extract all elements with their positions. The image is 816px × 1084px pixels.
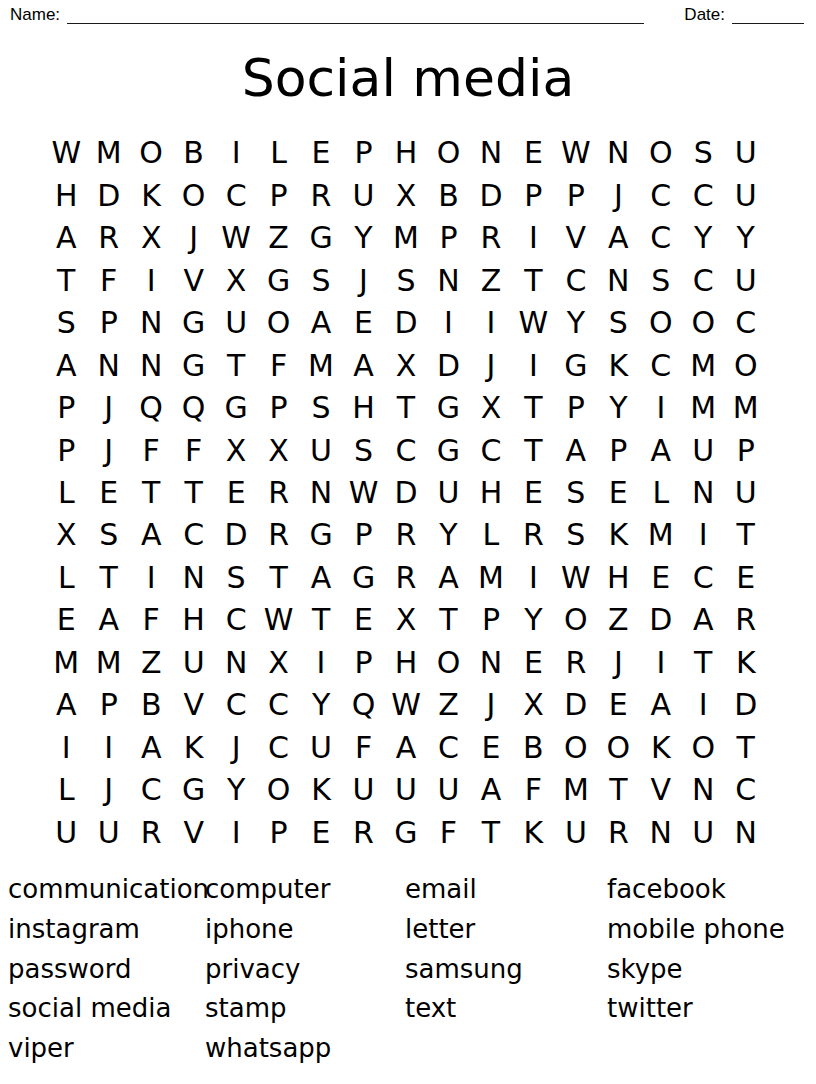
grid-cell[interactable]: D bbox=[385, 472, 427, 514]
grid-cell[interactable]: T bbox=[725, 727, 767, 769]
grid-cell[interactable]: Z bbox=[257, 217, 299, 259]
grid-cell[interactable]: R bbox=[342, 812, 384, 854]
grid-cell[interactable]: K bbox=[512, 812, 554, 854]
grid-cell[interactable]: S bbox=[300, 259, 342, 301]
grid-cell[interactable]: Y bbox=[342, 217, 384, 259]
grid-cell[interactable]: I bbox=[470, 302, 512, 344]
grid-cell[interactable]: G bbox=[215, 387, 257, 429]
grid-cell[interactable]: C bbox=[682, 557, 724, 599]
grid-cell[interactable]: S bbox=[45, 302, 87, 344]
grid-cell[interactable]: K bbox=[597, 514, 639, 556]
grid-cell[interactable]: O bbox=[725, 344, 767, 386]
grid-cell[interactable]: G bbox=[300, 514, 342, 556]
grid-cell[interactable]: C bbox=[682, 259, 724, 301]
grid-cell[interactable]: N bbox=[597, 259, 639, 301]
grid-cell[interactable]: M bbox=[470, 557, 512, 599]
grid-cell[interactable]: J bbox=[87, 769, 129, 811]
grid-cell[interactable]: E bbox=[87, 472, 129, 514]
grid-cell[interactable]: X bbox=[257, 642, 299, 684]
grid-cell[interactable]: T bbox=[130, 472, 172, 514]
grid-cell[interactable]: S bbox=[87, 514, 129, 556]
grid-cell[interactable]: E bbox=[300, 132, 342, 174]
grid-cell[interactable]: X bbox=[512, 684, 554, 726]
grid-cell[interactable]: I bbox=[130, 557, 172, 599]
grid-cell[interactable]: N bbox=[725, 812, 767, 854]
grid-cell[interactable]: C bbox=[130, 769, 172, 811]
grid-cell[interactable]: M bbox=[682, 387, 724, 429]
grid-cell[interactable]: R bbox=[385, 557, 427, 599]
grid-cell[interactable]: T bbox=[385, 387, 427, 429]
grid-cell[interactable]: K bbox=[725, 642, 767, 684]
grid-cell[interactable]: R bbox=[257, 472, 299, 514]
grid-cell[interactable]: X bbox=[215, 259, 257, 301]
grid-cell[interactable]: H bbox=[45, 174, 87, 216]
grid-cell[interactable]: X bbox=[45, 514, 87, 556]
grid-cell[interactable]: L bbox=[45, 769, 87, 811]
grid-cell[interactable]: D bbox=[640, 599, 682, 641]
grid-cell[interactable]: J bbox=[172, 217, 214, 259]
grid-cell[interactable]: W bbox=[385, 684, 427, 726]
grid-cell[interactable]: K bbox=[597, 344, 639, 386]
grid-cell[interactable]: N bbox=[427, 259, 469, 301]
grid-cell[interactable]: Y bbox=[555, 302, 597, 344]
grid-cell[interactable]: W bbox=[215, 217, 257, 259]
grid-cell[interactable]: C bbox=[257, 684, 299, 726]
grid-cell[interactable]: O bbox=[682, 727, 724, 769]
grid-cell[interactable]: X bbox=[215, 429, 257, 471]
grid-cell[interactable]: E bbox=[512, 642, 554, 684]
grid-cell[interactable]: P bbox=[45, 429, 87, 471]
grid-cell[interactable]: U bbox=[725, 472, 767, 514]
grid-cell[interactable]: Y bbox=[512, 599, 554, 641]
grid-cell[interactable]: V bbox=[172, 812, 214, 854]
grid-cell[interactable]: O bbox=[172, 174, 214, 216]
grid-cell[interactable]: H bbox=[342, 387, 384, 429]
grid-cell[interactable]: C bbox=[555, 259, 597, 301]
grid-cell[interactable]: W bbox=[45, 132, 87, 174]
grid-cell[interactable]: B bbox=[172, 132, 214, 174]
grid-cell[interactable]: G bbox=[385, 812, 427, 854]
grid-cell[interactable]: R bbox=[130, 812, 172, 854]
grid-cell[interactable]: P bbox=[342, 132, 384, 174]
grid-cell[interactable]: E bbox=[640, 557, 682, 599]
grid-cell[interactable]: N bbox=[172, 557, 214, 599]
grid-cell[interactable]: T bbox=[725, 514, 767, 556]
grid-cell[interactable]: C bbox=[172, 514, 214, 556]
grid-cell[interactable]: J bbox=[215, 727, 257, 769]
grid-cell[interactable]: O bbox=[130, 132, 172, 174]
grid-cell[interactable]: D bbox=[87, 174, 129, 216]
grid-cell[interactable]: A bbox=[87, 599, 129, 641]
grid-cell[interactable]: P bbox=[512, 174, 554, 216]
grid-cell[interactable]: Y bbox=[725, 217, 767, 259]
grid-cell[interactable]: R bbox=[385, 514, 427, 556]
grid-cell[interactable]: G bbox=[555, 344, 597, 386]
worksheet-header: Name: Date: bbox=[10, 5, 804, 25]
grid-cell[interactable]: D bbox=[470, 174, 512, 216]
grid-cell[interactable]: G bbox=[300, 217, 342, 259]
grid-cell[interactable]: A bbox=[130, 727, 172, 769]
grid-cell[interactable]: E bbox=[597, 472, 639, 514]
grid-cell[interactable]: G bbox=[172, 344, 214, 386]
grid-cell[interactable]: Q bbox=[130, 387, 172, 429]
grid-cell[interactable]: A bbox=[555, 429, 597, 471]
grid-cell[interactable]: C bbox=[215, 174, 257, 216]
grid-cell[interactable]: C bbox=[470, 429, 512, 471]
grid-cell[interactable]: Y bbox=[597, 387, 639, 429]
grid-cell[interactable]: A bbox=[427, 557, 469, 599]
grid-cell[interactable]: U bbox=[555, 812, 597, 854]
grid-cell[interactable]: U bbox=[427, 769, 469, 811]
grid-cell[interactable]: J bbox=[87, 387, 129, 429]
grid-cell[interactable]: J bbox=[597, 642, 639, 684]
grid-cell[interactable]: R bbox=[257, 514, 299, 556]
grid-cell[interactable]: N bbox=[130, 302, 172, 344]
grid-cell[interactable]: W bbox=[512, 302, 554, 344]
grid-cell[interactable]: I bbox=[640, 387, 682, 429]
grid-cell[interactable]: P bbox=[87, 684, 129, 726]
grid-cell[interactable]: C bbox=[682, 174, 724, 216]
grid-cell[interactable]: N bbox=[87, 344, 129, 386]
grid-cell[interactable]: I bbox=[45, 727, 87, 769]
grid-cell[interactable]: D bbox=[725, 684, 767, 726]
grid-cell[interactable]: P bbox=[257, 174, 299, 216]
grid-cell[interactable]: U bbox=[725, 259, 767, 301]
grid-cell[interactable]: R bbox=[470, 217, 512, 259]
grid-cell[interactable]: Y bbox=[427, 514, 469, 556]
grid-cell[interactable]: R bbox=[597, 812, 639, 854]
word-list-item: whatsapp bbox=[205, 1029, 405, 1069]
grid-cell[interactable]: W bbox=[555, 557, 597, 599]
grid-cell[interactable]: E bbox=[342, 302, 384, 344]
grid-cell[interactable]: S bbox=[640, 259, 682, 301]
grid-cell[interactable]: M bbox=[640, 514, 682, 556]
grid-cell[interactable]: O bbox=[427, 132, 469, 174]
grid-cell[interactable]: N bbox=[597, 132, 639, 174]
grid-cell[interactable]: H bbox=[597, 557, 639, 599]
grid-cell[interactable]: U bbox=[385, 769, 427, 811]
grid-cell[interactable]: A bbox=[385, 727, 427, 769]
grid-cell[interactable]: V bbox=[172, 684, 214, 726]
grid-cell[interactable]: S bbox=[385, 259, 427, 301]
grid-cell[interactable]: F bbox=[130, 429, 172, 471]
grid-cell[interactable]: G bbox=[427, 429, 469, 471]
grid-cell[interactable]: Z bbox=[427, 684, 469, 726]
grid-cell[interactable]: C bbox=[725, 302, 767, 344]
grid-cell[interactable]: Z bbox=[597, 599, 639, 641]
grid-cell[interactable]: D bbox=[385, 302, 427, 344]
grid-cell[interactable]: K bbox=[130, 174, 172, 216]
grid-cell[interactable]: P bbox=[597, 429, 639, 471]
grid-cell[interactable]: S bbox=[215, 557, 257, 599]
grid-cell[interactable]: P bbox=[342, 642, 384, 684]
grid-cell[interactable]: C bbox=[257, 727, 299, 769]
grid-cell[interactable]: D bbox=[555, 684, 597, 726]
grid-cell[interactable]: W bbox=[257, 599, 299, 641]
grid-cell[interactable]: A bbox=[682, 599, 724, 641]
grid-cell[interactable]: F bbox=[87, 259, 129, 301]
grid-cell[interactable]: I bbox=[300, 642, 342, 684]
word-list-item: instagram bbox=[8, 910, 205, 950]
grid-cell[interactable]: O bbox=[555, 727, 597, 769]
grid-cell[interactable]: T bbox=[597, 769, 639, 811]
grid-cell[interactable]: T bbox=[470, 812, 512, 854]
grid-cell[interactable]: Y bbox=[300, 684, 342, 726]
grid-cell[interactable]: U bbox=[725, 132, 767, 174]
grid-cell[interactable]: S bbox=[342, 429, 384, 471]
grid-cell[interactable]: X bbox=[385, 174, 427, 216]
word-list-column-2: computeriphoneprivacystampwhatsapp bbox=[205, 870, 405, 1069]
grid-cell[interactable]: A bbox=[45, 344, 87, 386]
word-list-item: text bbox=[405, 989, 607, 1029]
grid-cell[interactable]: I bbox=[682, 514, 724, 556]
grid-cell[interactable]: P bbox=[342, 514, 384, 556]
grid-cell[interactable]: A bbox=[45, 217, 87, 259]
word-search-grid: WMOBILEPHONEWNOSUHDKOCPRUXBDPPJCCUARXJWZ… bbox=[45, 132, 767, 854]
grid-cell[interactable]: S bbox=[300, 387, 342, 429]
grid-cell[interactable]: R bbox=[725, 599, 767, 641]
grid-cell[interactable]: S bbox=[555, 472, 597, 514]
grid-cell[interactable]: P bbox=[257, 812, 299, 854]
grid-cell[interactable]: N bbox=[130, 344, 172, 386]
grid-cell[interactable]: Q bbox=[342, 684, 384, 726]
grid-cell[interactable]: Z bbox=[130, 642, 172, 684]
grid-cell[interactable]: T bbox=[512, 259, 554, 301]
grid-cell[interactable]: U bbox=[682, 812, 724, 854]
grid-cell[interactable]: M bbox=[385, 217, 427, 259]
grid-cell[interactable]: B bbox=[427, 174, 469, 216]
grid-cell[interactable]: W bbox=[555, 132, 597, 174]
grid-cell[interactable]: X bbox=[385, 599, 427, 641]
grid-cell[interactable]: M bbox=[555, 769, 597, 811]
grid-cell[interactable]: E bbox=[342, 599, 384, 641]
grid-cell[interactable]: O bbox=[427, 642, 469, 684]
grid-cell[interactable]: S bbox=[555, 514, 597, 556]
grid-cell[interactable]: A bbox=[640, 429, 682, 471]
grid-cell[interactable]: F bbox=[427, 812, 469, 854]
grid-cell[interactable]: M bbox=[725, 387, 767, 429]
grid-cell[interactable]: F bbox=[172, 429, 214, 471]
grid-cell[interactable]: U bbox=[300, 727, 342, 769]
grid-cell[interactable]: U bbox=[725, 174, 767, 216]
grid-cell[interactable]: I bbox=[682, 684, 724, 726]
grid-cell[interactable]: R bbox=[300, 174, 342, 216]
grid-cell[interactable]: O bbox=[597, 727, 639, 769]
grid-cell[interactable]: L bbox=[470, 514, 512, 556]
grid-cell[interactable]: O bbox=[257, 302, 299, 344]
grid-cell[interactable]: T bbox=[215, 344, 257, 386]
grid-cell[interactable]: Z bbox=[470, 259, 512, 301]
grid-cell[interactable]: E bbox=[512, 472, 554, 514]
grid-cell[interactable]: U bbox=[45, 812, 87, 854]
grid-cell[interactable]: X bbox=[385, 344, 427, 386]
grid-cell[interactable]: H bbox=[172, 599, 214, 641]
grid-cell[interactable]: N bbox=[470, 642, 512, 684]
grid-cell[interactable]: N bbox=[215, 642, 257, 684]
grid-cell[interactable]: E bbox=[725, 557, 767, 599]
grid-cell[interactable]: E bbox=[215, 472, 257, 514]
grid-cell[interactable]: S bbox=[682, 132, 724, 174]
grid-cell[interactable]: I bbox=[130, 259, 172, 301]
grid-cell[interactable]: X bbox=[130, 217, 172, 259]
grid-cell[interactable]: U bbox=[172, 642, 214, 684]
grid-cell[interactable]: O bbox=[682, 302, 724, 344]
grid-cell[interactable]: X bbox=[470, 387, 512, 429]
grid-cell[interactable]: T bbox=[257, 557, 299, 599]
grid-cell[interactable]: U bbox=[87, 812, 129, 854]
grid-cell[interactable]: Y bbox=[682, 217, 724, 259]
grid-cell[interactable]: V bbox=[555, 217, 597, 259]
grid-cell[interactable]: T bbox=[172, 472, 214, 514]
grid-cell[interactable]: S bbox=[597, 302, 639, 344]
grid-cell[interactable]: I bbox=[215, 812, 257, 854]
grid-cell[interactable]: H bbox=[470, 472, 512, 514]
grid-cell[interactable]: U bbox=[342, 174, 384, 216]
grid-cell[interactable]: T bbox=[512, 387, 554, 429]
grid-cell[interactable]: M bbox=[300, 344, 342, 386]
grid-cell[interactable]: N bbox=[640, 812, 682, 854]
grid-cell[interactable]: U bbox=[215, 302, 257, 344]
grid-cell[interactable]: M bbox=[87, 132, 129, 174]
grid-cell[interactable]: M bbox=[682, 344, 724, 386]
grid-cell[interactable]: V bbox=[172, 259, 214, 301]
grid-cell[interactable]: T bbox=[300, 599, 342, 641]
grid-cell[interactable]: L bbox=[257, 132, 299, 174]
grid-cell[interactable]: F bbox=[257, 344, 299, 386]
grid-cell[interactable]: L bbox=[640, 472, 682, 514]
grid-cell[interactable]: X bbox=[257, 429, 299, 471]
grid-cell[interactable]: H bbox=[385, 642, 427, 684]
date-blank-line bbox=[732, 8, 804, 24]
grid-cell[interactable]: C bbox=[640, 174, 682, 216]
grid-cell[interactable]: L bbox=[45, 472, 87, 514]
grid-cell[interactable]: O bbox=[257, 769, 299, 811]
grid-cell[interactable]: C bbox=[640, 217, 682, 259]
grid-cell[interactable]: W bbox=[342, 472, 384, 514]
grid-cell[interactable]: N bbox=[300, 472, 342, 514]
grid-cell[interactable]: D bbox=[215, 514, 257, 556]
grid-cell[interactable]: R bbox=[87, 217, 129, 259]
grid-cell[interactable]: N bbox=[682, 769, 724, 811]
grid-cell[interactable]: L bbox=[45, 557, 87, 599]
grid-cell[interactable]: G bbox=[342, 557, 384, 599]
grid-cell[interactable]: C bbox=[427, 727, 469, 769]
grid-cell[interactable]: P bbox=[555, 387, 597, 429]
grid-cell[interactable]: T bbox=[682, 642, 724, 684]
grid-cell[interactable]: J bbox=[342, 259, 384, 301]
grid-cell[interactable]: T bbox=[427, 599, 469, 641]
grid-cell[interactable]: E bbox=[597, 684, 639, 726]
grid-cell[interactable]: M bbox=[87, 642, 129, 684]
grid-cell[interactable]: U bbox=[427, 472, 469, 514]
grid-cell[interactable]: A bbox=[130, 514, 172, 556]
grid-cell[interactable]: F bbox=[130, 599, 172, 641]
grid-cell[interactable]: T bbox=[87, 557, 129, 599]
grid-cell[interactable]: J bbox=[470, 684, 512, 726]
grid-cell[interactable]: G bbox=[172, 769, 214, 811]
grid-cell[interactable]: O bbox=[555, 599, 597, 641]
grid-cell[interactable]: P bbox=[725, 429, 767, 471]
grid-cell[interactable]: J bbox=[597, 174, 639, 216]
grid-cell[interactable]: I bbox=[512, 557, 554, 599]
grid-cell[interactable]: R bbox=[555, 642, 597, 684]
grid-cell[interactable]: O bbox=[640, 302, 682, 344]
grid-cell[interactable]: G bbox=[427, 387, 469, 429]
grid-cell[interactable]: U bbox=[342, 769, 384, 811]
grid-cell[interactable]: E bbox=[512, 132, 554, 174]
grid-cell[interactable]: J bbox=[470, 344, 512, 386]
grid-cell[interactable]: C bbox=[385, 429, 427, 471]
grid-cell[interactable]: C bbox=[215, 599, 257, 641]
grid-cell[interactable]: C bbox=[640, 344, 682, 386]
grid-cell[interactable]: N bbox=[470, 132, 512, 174]
grid-cell[interactable]: B bbox=[512, 727, 554, 769]
grid-cell[interactable]: A bbox=[597, 217, 639, 259]
grid-cell[interactable]: E bbox=[300, 812, 342, 854]
word-list-item: viper bbox=[8, 1029, 205, 1069]
grid-cell[interactable]: A bbox=[470, 769, 512, 811]
grid-cell[interactable]: F bbox=[512, 769, 554, 811]
grid-cell[interactable]: K bbox=[300, 769, 342, 811]
grid-cell[interactable]: O bbox=[640, 132, 682, 174]
grid-cell[interactable]: P bbox=[87, 302, 129, 344]
grid-cell[interactable]: H bbox=[385, 132, 427, 174]
grid-cell[interactable]: K bbox=[640, 727, 682, 769]
grid-cell[interactable]: A bbox=[45, 684, 87, 726]
grid-cell[interactable]: U bbox=[682, 429, 724, 471]
grid-cell[interactable]: P bbox=[555, 174, 597, 216]
grid-cell[interactable]: C bbox=[725, 769, 767, 811]
grid-cell[interactable]: A bbox=[640, 684, 682, 726]
grid-cell[interactable]: I bbox=[427, 302, 469, 344]
grid-cell[interactable]: B bbox=[130, 684, 172, 726]
grid-cell[interactable]: G bbox=[257, 259, 299, 301]
grid-cell[interactable]: I bbox=[512, 344, 554, 386]
grid-cell[interactable]: U bbox=[300, 429, 342, 471]
grid-cell[interactable]: A bbox=[342, 344, 384, 386]
grid-cell[interactable]: Q bbox=[172, 387, 214, 429]
grid-cell[interactable]: P bbox=[470, 599, 512, 641]
grid-cell[interactable]: P bbox=[257, 387, 299, 429]
grid-cell[interactable]: J bbox=[87, 429, 129, 471]
grid-cell[interactable]: E bbox=[45, 599, 87, 641]
grid-cell[interactable]: I bbox=[640, 642, 682, 684]
grid-cell[interactable]: N bbox=[682, 472, 724, 514]
grid-cell[interactable]: T bbox=[45, 259, 87, 301]
grid-cell[interactable]: I bbox=[87, 727, 129, 769]
grid-cell[interactable]: I bbox=[512, 217, 554, 259]
grid-cell[interactable]: K bbox=[172, 727, 214, 769]
grid-cell[interactable]: F bbox=[342, 727, 384, 769]
grid-cell[interactable]: P bbox=[427, 217, 469, 259]
grid-cell[interactable]: E bbox=[470, 727, 512, 769]
grid-cell[interactable]: G bbox=[172, 302, 214, 344]
word-list-item: communication bbox=[8, 870, 205, 910]
grid-cell[interactable]: R bbox=[512, 514, 554, 556]
grid-cell[interactable]: A bbox=[300, 557, 342, 599]
grid-cell[interactable]: I bbox=[215, 132, 257, 174]
grid-cell[interactable]: M bbox=[45, 642, 87, 684]
worksheet-page: Name: Date: Social media WMOBILEPHONEWNO… bbox=[0, 0, 816, 1084]
grid-cell[interactable]: D bbox=[427, 344, 469, 386]
grid-cell[interactable]: P bbox=[45, 387, 87, 429]
grid-cell[interactable]: A bbox=[300, 302, 342, 344]
word-list-column-1: communicationinstagrampasswordsocial med… bbox=[8, 870, 205, 1069]
grid-cell[interactable]: C bbox=[215, 684, 257, 726]
grid-cell[interactable]: Y bbox=[215, 769, 257, 811]
grid-cell[interactable]: V bbox=[640, 769, 682, 811]
grid-cell[interactable]: T bbox=[512, 429, 554, 471]
